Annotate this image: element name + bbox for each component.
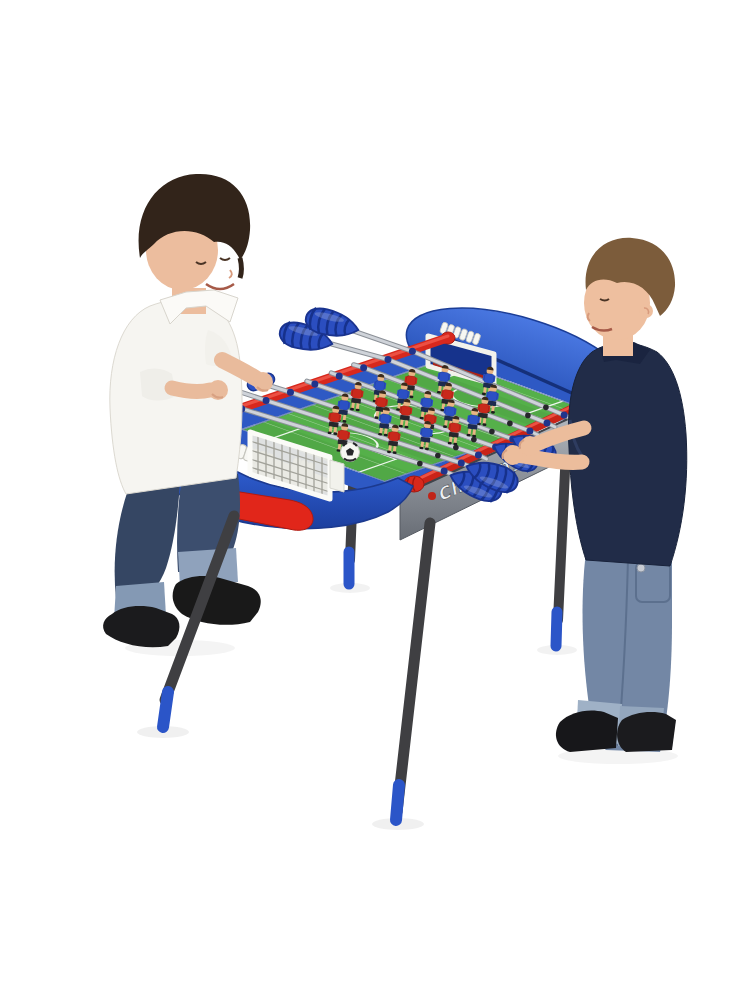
mouth xyxy=(206,284,234,289)
left-child-jeans xyxy=(115,482,180,598)
right-child xyxy=(503,238,687,752)
right-child-arm xyxy=(518,455,582,462)
left-child-hand xyxy=(253,372,273,392)
right-child-shoe xyxy=(617,712,676,752)
foosball-scene: Challenger xyxy=(0,0,748,990)
table-front-right-leg xyxy=(396,523,430,820)
right-child-hand xyxy=(520,436,540,456)
panel-accent xyxy=(428,492,436,500)
leg-tip xyxy=(556,612,557,646)
leg-tip xyxy=(396,785,399,820)
goal-side-panel xyxy=(330,460,344,492)
left-child-shoe xyxy=(103,606,179,647)
right-child-shirt xyxy=(568,343,686,566)
eye xyxy=(220,258,230,260)
ball xyxy=(341,443,360,462)
scene: Challenger xyxy=(0,0,748,990)
right-child-shoe xyxy=(556,710,618,752)
left-child-arm xyxy=(172,388,210,391)
left-child-shoe xyxy=(173,576,261,625)
leg-tip xyxy=(163,692,168,727)
